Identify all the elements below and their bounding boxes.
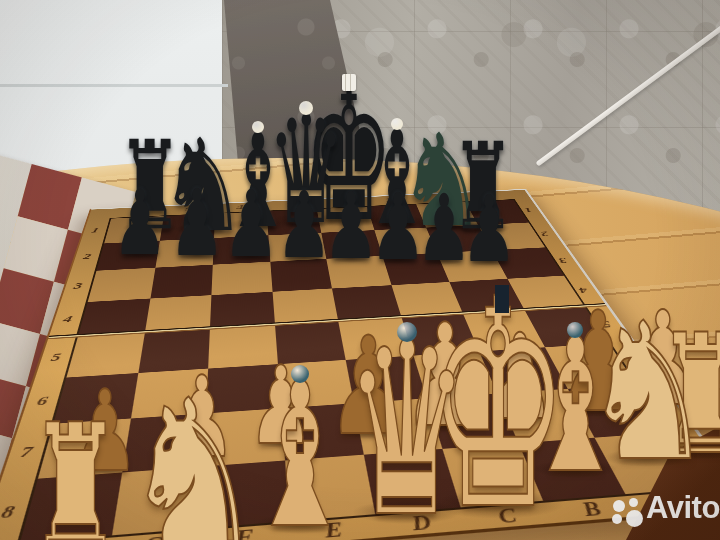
file-label-near: B xyxy=(571,497,613,522)
board-square xyxy=(111,466,203,535)
board-square xyxy=(213,235,270,265)
chess-set-photo: 123456 1122334455667788HHGGFFEEDDCCBBAA … xyxy=(0,0,720,540)
board-square xyxy=(96,240,159,270)
board-square xyxy=(53,373,137,424)
board-square xyxy=(206,364,281,414)
rank-label-right: 2 xyxy=(533,229,556,238)
board-square xyxy=(130,368,208,418)
board-square xyxy=(268,233,326,262)
board-square xyxy=(204,408,285,466)
watermark-text: Avito xyxy=(646,490,720,526)
board-square xyxy=(326,256,391,288)
board-square xyxy=(281,403,364,460)
file-label-far: B xyxy=(429,194,450,200)
board-square xyxy=(150,265,213,299)
board-square xyxy=(338,318,413,360)
board-square xyxy=(317,207,374,233)
file-label-near: E xyxy=(316,517,352,540)
file-label-far: E xyxy=(281,201,301,208)
file-label-near: D xyxy=(402,510,440,536)
rank-label-right: 1 xyxy=(517,206,539,214)
board-square xyxy=(20,472,122,540)
rank-label-left: 4 xyxy=(55,313,81,325)
board-square xyxy=(465,200,528,225)
watermark-dot xyxy=(612,514,622,524)
board-square xyxy=(275,322,346,364)
board-square xyxy=(38,419,130,479)
board-square xyxy=(208,325,277,368)
watermark-dot xyxy=(629,498,638,507)
board-square xyxy=(122,413,206,472)
rank-label-left: 1 xyxy=(85,226,106,235)
rank-label-left: 6 xyxy=(27,393,58,409)
board-square xyxy=(270,259,332,292)
board-square xyxy=(159,214,215,241)
file-label-far: C xyxy=(380,197,401,204)
rank-label-left: 2 xyxy=(76,252,99,262)
file-label-near: F xyxy=(227,524,261,540)
board-square xyxy=(266,209,321,235)
rank-label-left: 5 xyxy=(42,350,70,364)
file-label-near: C xyxy=(487,504,527,529)
rank-label-left: 7 xyxy=(10,443,44,462)
wall-trim-line xyxy=(0,84,228,87)
file-label-far: A xyxy=(477,192,498,198)
rank-label-left: 3 xyxy=(66,281,90,292)
board-square xyxy=(284,454,375,521)
board-square xyxy=(277,360,354,409)
board-square xyxy=(201,460,289,528)
file-label-far: F xyxy=(230,203,249,210)
file-label-far: H xyxy=(127,208,148,215)
board-square xyxy=(88,268,155,302)
watermark-dot xyxy=(613,500,625,512)
board-square xyxy=(104,216,163,243)
board-square xyxy=(138,329,210,373)
board-square xyxy=(155,238,214,268)
board-square xyxy=(214,211,268,237)
board-square xyxy=(321,230,382,259)
board-square xyxy=(211,262,272,295)
board-square xyxy=(67,333,145,377)
file-label-far: G xyxy=(179,206,199,213)
file-label-far: D xyxy=(331,199,351,206)
watermark-dot xyxy=(626,510,643,527)
